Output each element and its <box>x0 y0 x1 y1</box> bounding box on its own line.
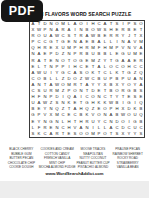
word-list-item: VANILLA BEAN <box>110 165 145 170</box>
word-list-item: FRENCH VANILLA <box>39 156 76 161</box>
grid-cell: S <box>138 131 144 137</box>
pdf-preview-page[interactable]: ICE CREAM FLAVORS WORD SEARCH PUZZLE PDF… <box>0 0 149 198</box>
word-list-item: PISTACHIO ALMOND <box>76 165 111 170</box>
word-list-item: NUTTY COCONUT <box>76 156 111 161</box>
pdf-badge: PDF <box>1 0 43 22</box>
word-list-item: MOCHA ALMOND FUDGE <box>39 165 76 170</box>
website-url: www.WordSearchAddict.com <box>0 171 149 176</box>
word-list-item: PRALINE PECAN <box>110 147 145 152</box>
word-list-item: COOKIE DOUGH <box>4 165 39 170</box>
word-list-column-1: BLACK CHERRYBUBBLE GUMBUTTER PECANCHOCOL… <box>4 147 39 170</box>
word-list-column-3: MOOSE TRACKSNEAPOLITANNUTTY COCONUTPEANU… <box>76 147 111 170</box>
pdf-badge-label: PDF <box>9 4 36 18</box>
page-bottom-backdrop <box>0 181 149 198</box>
word-list: BLACK CHERRYBUBBLE GUMBUTTER PECANCHOCOL… <box>4 147 145 170</box>
word-list-item: COOKIES AND CREAM <box>39 147 76 152</box>
word-list-item: MOOSE TRACKS <box>76 147 111 152</box>
word-search-grid: ATDNOMLAOIHCATSIPSOXWPNARAINBOWSHERBETRO… <box>29 20 145 138</box>
word-list-column-4: PRALINE PECANRAINBOW SHERBETROCKY ROADST… <box>110 147 145 170</box>
word-list-column-2: COOKIES AND CREAMCOTTON CANDYFRENCH VANI… <box>39 147 76 170</box>
